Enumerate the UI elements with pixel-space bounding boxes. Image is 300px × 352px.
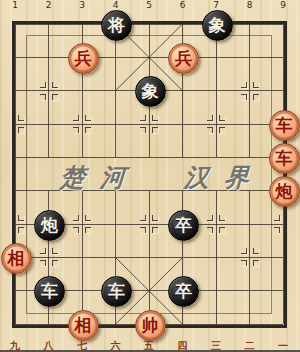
piece-glyph: 炮 bbox=[276, 183, 293, 200]
piece-glyph: 象 bbox=[142, 83, 159, 100]
piece-glyph: 车 bbox=[276, 117, 293, 134]
river-label-han-jie: 汉界 bbox=[183, 161, 265, 194]
piece-glyph: 车 bbox=[276, 150, 293, 167]
piece-glyph: 兵 bbox=[175, 50, 192, 67]
piece-red-cannon[interactable]: 炮 bbox=[269, 176, 300, 207]
piece-black-elephant[interactable]: 象 bbox=[202, 10, 233, 41]
piece-black-cannon[interactable]: 炮 bbox=[34, 210, 65, 241]
piece-glyph: 兵 bbox=[75, 50, 92, 67]
piece-glyph: 车 bbox=[108, 283, 125, 300]
piece-red-soldier[interactable]: 兵 bbox=[168, 43, 199, 74]
piece-black-elephant[interactable]: 象 bbox=[135, 76, 166, 107]
piece-glyph: 卒 bbox=[175, 217, 192, 234]
piece-glyph: 相 bbox=[8, 250, 25, 267]
piece-glyph: 卒 bbox=[175, 283, 192, 300]
piece-glyph: 帅 bbox=[142, 317, 159, 334]
piece-red-chariot[interactable]: 车 bbox=[269, 110, 300, 141]
river-label-chu-he: 楚河 bbox=[59, 161, 141, 194]
piece-glyph: 车 bbox=[41, 283, 58, 300]
piece-glyph: 相 bbox=[75, 317, 92, 334]
piece-red-soldier[interactable]: 兵 bbox=[68, 43, 99, 74]
xiangqi-board[interactable]: 楚河 汉界 123456789九八七六五四三二一将象兵兵象车车炮炮卒相车车卒相帅 bbox=[0, 0, 300, 352]
piece-glyph: 象 bbox=[209, 17, 226, 34]
piece-red-chariot[interactable]: 车 bbox=[269, 143, 300, 174]
piece-glyph: 炮 bbox=[41, 217, 58, 234]
piece-red-general[interactable]: 帅 bbox=[135, 310, 166, 341]
piece-black-soldier[interactable]: 卒 bbox=[168, 210, 199, 241]
piece-red-elephant[interactable]: 相 bbox=[68, 310, 99, 341]
piece-glyph: 将 bbox=[108, 17, 125, 34]
piece-black-general[interactable]: 将 bbox=[101, 10, 132, 41]
piece-red-elephant[interactable]: 相 bbox=[1, 243, 32, 274]
